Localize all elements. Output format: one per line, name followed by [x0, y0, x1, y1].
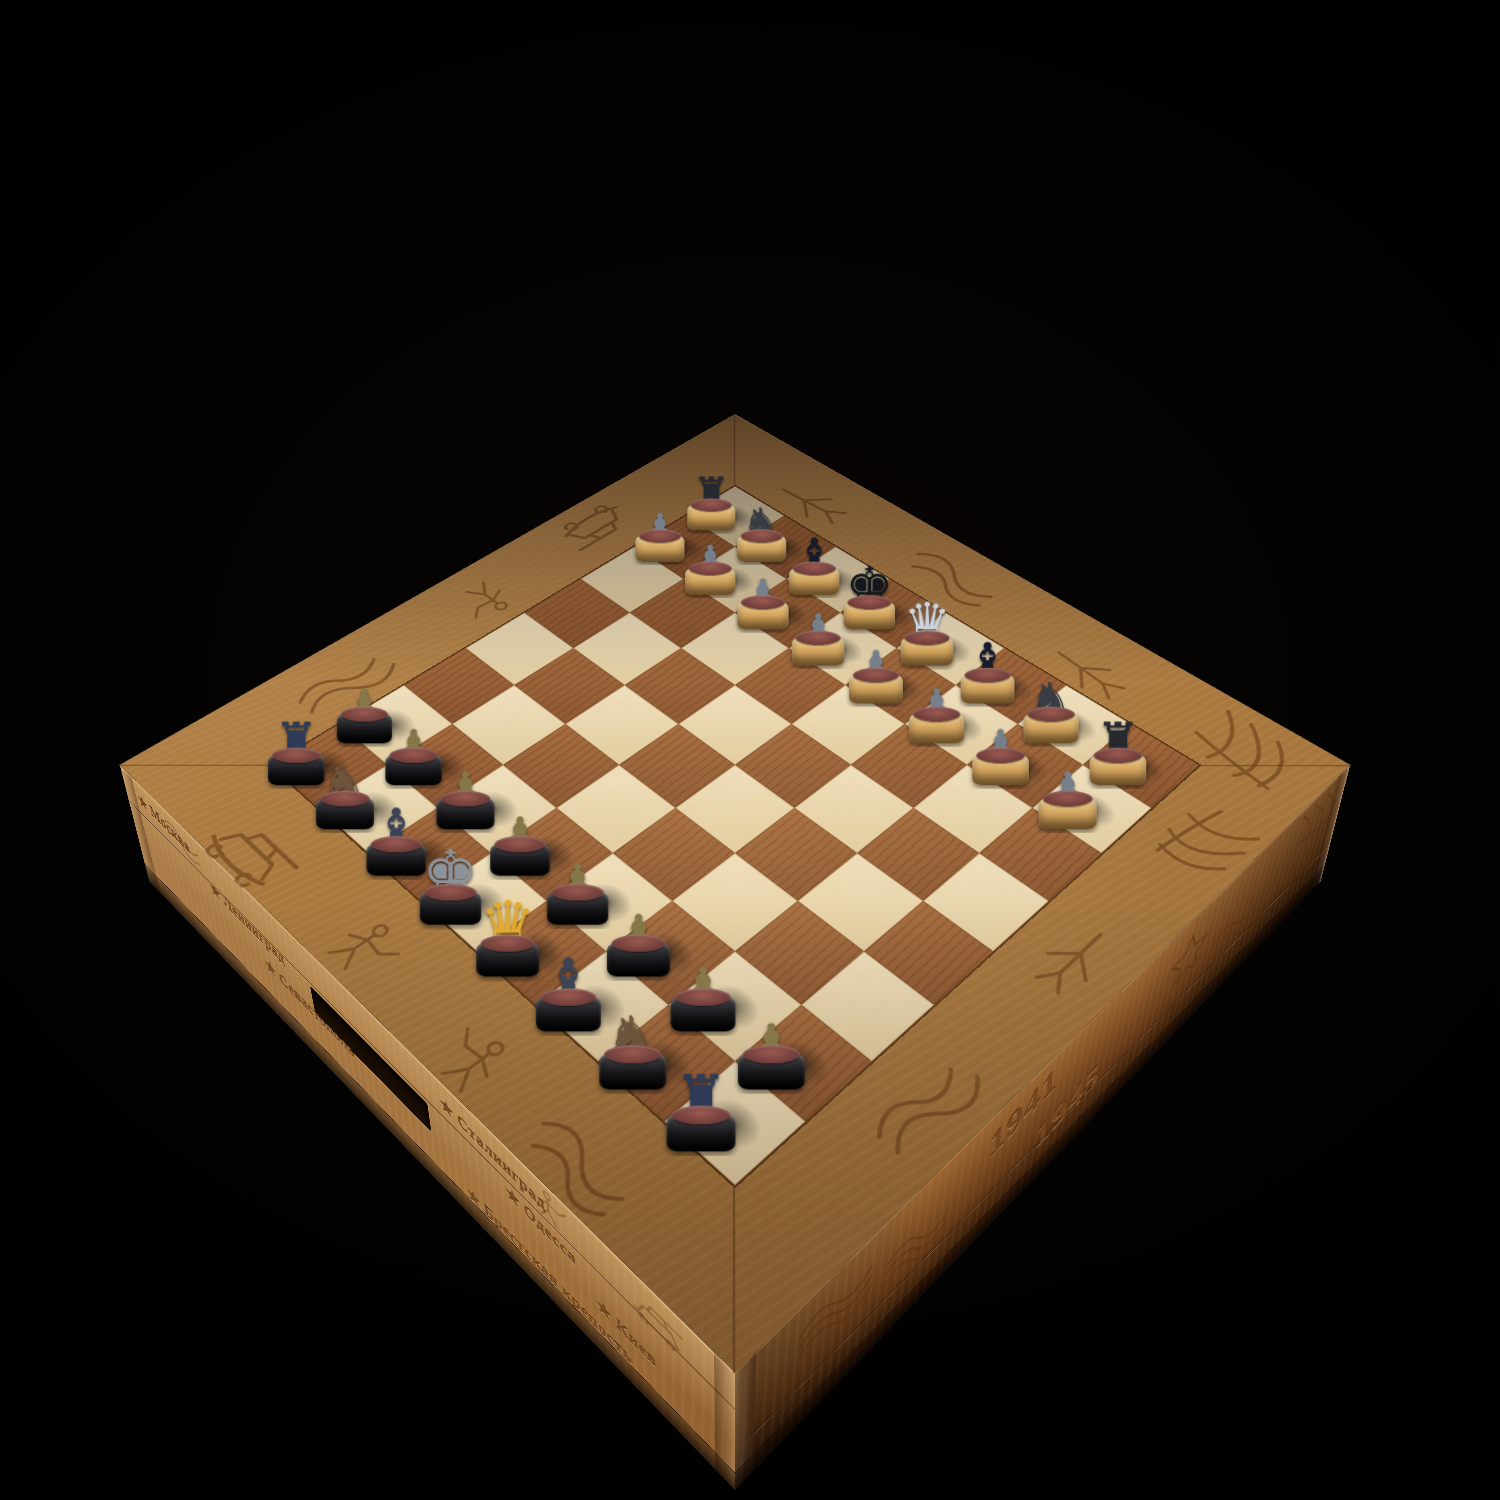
light-wood-base — [972, 755, 1029, 785]
square-e5[interactable] — [619, 724, 735, 808]
light-wood-base — [849, 675, 903, 704]
photo-background: ♜♞♝♚♛♝♞♜♟♟♟♟♟♟♟♟♟♟♟♟♟♟♟♟♜♞♝♚♛♝♞♜ ✯ Москв… — [0, 0, 1500, 1500]
black-base — [666, 1114, 735, 1151]
board-frame: ♜♞♝♚♛♝♞♜♟♟♟♟♟♟♟♟♟♟♟♟♟♟♟♟♜♞♝♚♛♝♞♜ — [120, 414, 1350, 1372]
engraving-map-cracks — [1176, 703, 1316, 800]
square-d4[interactable] — [735, 724, 851, 808]
light-wood-base — [909, 714, 964, 744]
scene: ♜♞♝♚♛♝♞♜♟♟♟♟♟♟♟♟♟♟♟♟♟♟♟♟♜♞♝♚♛♝♞♜ ✯ Москв… — [0, 0, 1500, 1500]
chess-box: ♜♞♝♚♛♝♞♜♟♟♟♟♟♟♟♟♟♟♟♟♟♟♟♟♜♞♝♚♛♝♞♜ ✯ Москв… — [120, 414, 1350, 1372]
light-wood-base — [1039, 798, 1097, 829]
